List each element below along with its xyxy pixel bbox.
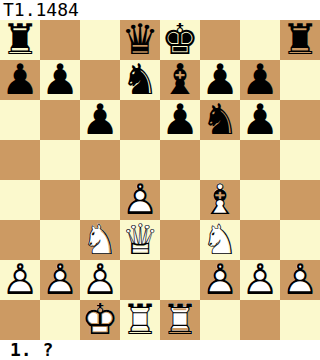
- square-e7[interactable]: ♝: [160, 60, 200, 100]
- square-e4[interactable]: [160, 180, 200, 220]
- square-f1[interactable]: [200, 300, 240, 340]
- square-d4[interactable]: ♙: [120, 180, 160, 220]
- square-b3[interactable]: [40, 220, 80, 260]
- white-knight: ♘: [81, 220, 119, 260]
- square-a7[interactable]: ♟: [0, 60, 40, 100]
- square-b2[interactable]: ♙: [40, 260, 80, 300]
- square-c3[interactable]: ♘: [80, 220, 120, 260]
- black-rook: ♜: [281, 20, 319, 60]
- white-knight: ♘: [201, 220, 239, 260]
- square-d7[interactable]: ♞: [120, 60, 160, 100]
- black-pawn: ♟: [81, 100, 119, 140]
- white-pawn: ♙: [41, 260, 79, 300]
- white-king: ♔: [81, 300, 119, 340]
- square-h8[interactable]: ♜: [280, 20, 320, 60]
- black-pawn: ♟: [201, 60, 239, 100]
- square-d6[interactable]: [120, 100, 160, 140]
- square-b8[interactable]: [40, 20, 80, 60]
- white-bishop: ♗: [201, 180, 239, 220]
- square-b6[interactable]: [40, 100, 80, 140]
- black-knight: ♞: [121, 60, 159, 100]
- square-e6[interactable]: ♟: [160, 100, 200, 140]
- square-f3[interactable]: ♘: [200, 220, 240, 260]
- square-c2[interactable]: ♙: [80, 260, 120, 300]
- square-d8[interactable]: ♛: [120, 20, 160, 60]
- white-rook: ♖: [121, 300, 159, 340]
- square-e3[interactable]: [160, 220, 200, 260]
- square-g4[interactable]: [240, 180, 280, 220]
- square-a2[interactable]: ♙: [0, 260, 40, 300]
- white-pawn: ♙: [121, 180, 159, 220]
- square-d3[interactable]: ♕: [120, 220, 160, 260]
- white-pawn: ♙: [281, 260, 319, 300]
- square-b4[interactable]: [40, 180, 80, 220]
- square-g1[interactable]: [240, 300, 280, 340]
- black-knight: ♞: [201, 100, 239, 140]
- square-b7[interactable]: ♟: [40, 60, 80, 100]
- square-h4[interactable]: [280, 180, 320, 220]
- square-f6[interactable]: ♞: [200, 100, 240, 140]
- square-c6[interactable]: ♟: [80, 100, 120, 140]
- square-c8[interactable]: [80, 20, 120, 60]
- square-a3[interactable]: [0, 220, 40, 260]
- square-c7[interactable]: [80, 60, 120, 100]
- square-c1[interactable]: ♔: [80, 300, 120, 340]
- square-h2[interactable]: ♙: [280, 260, 320, 300]
- square-g3[interactable]: [240, 220, 280, 260]
- square-f8[interactable]: [200, 20, 240, 60]
- black-pawn: ♟: [241, 60, 279, 100]
- square-a1[interactable]: [0, 300, 40, 340]
- square-g6[interactable]: ♟: [240, 100, 280, 140]
- black-king: ♚: [161, 20, 199, 60]
- square-c5[interactable]: [80, 140, 120, 180]
- white-queen: ♕: [121, 220, 159, 260]
- square-d1[interactable]: ♖: [120, 300, 160, 340]
- move-prompt: 1. ?: [10, 339, 53, 360]
- black-pawn: ♟: [1, 60, 39, 100]
- square-h6[interactable]: [280, 100, 320, 140]
- square-a8[interactable]: ♜: [0, 20, 40, 60]
- square-h5[interactable]: [280, 140, 320, 180]
- black-pawn: ♟: [161, 100, 199, 140]
- white-rook: ♖: [161, 300, 199, 340]
- square-e1[interactable]: ♖: [160, 300, 200, 340]
- white-pawn: ♙: [201, 260, 239, 300]
- square-g2[interactable]: ♙: [240, 260, 280, 300]
- square-a6[interactable]: [0, 100, 40, 140]
- square-a4[interactable]: [0, 180, 40, 220]
- white-pawn: ♙: [81, 260, 119, 300]
- black-bishop: ♝: [161, 60, 199, 100]
- square-e8[interactable]: ♚: [160, 20, 200, 60]
- square-h1[interactable]: [280, 300, 320, 340]
- title-bar: T1.1484: [0, 0, 320, 20]
- square-b5[interactable]: [40, 140, 80, 180]
- square-g7[interactable]: ♟: [240, 60, 280, 100]
- chess-board: ♜♛♚♜♟♟♞♝♟♟♟♟♞♟♙♗♘♕♘♙♙♙♙♙♙♔♖♖: [0, 20, 320, 340]
- status-bar: 1. ?: [0, 340, 320, 360]
- square-h3[interactable]: [280, 220, 320, 260]
- square-g5[interactable]: [240, 140, 280, 180]
- black-queen: ♛: [121, 20, 159, 60]
- square-d2[interactable]: [120, 260, 160, 300]
- square-b1[interactable]: [40, 300, 80, 340]
- square-e2[interactable]: [160, 260, 200, 300]
- black-rook: ♜: [1, 20, 39, 60]
- square-d5[interactable]: [120, 140, 160, 180]
- white-pawn: ♙: [1, 260, 39, 300]
- square-c4[interactable]: [80, 180, 120, 220]
- square-f2[interactable]: ♙: [200, 260, 240, 300]
- square-h7[interactable]: [280, 60, 320, 100]
- black-pawn: ♟: [41, 60, 79, 100]
- square-e5[interactable]: [160, 140, 200, 180]
- black-pawn: ♟: [241, 100, 279, 140]
- white-pawn: ♙: [241, 260, 279, 300]
- square-f7[interactable]: ♟: [200, 60, 240, 100]
- square-f4[interactable]: ♗: [200, 180, 240, 220]
- square-g8[interactable]: [240, 20, 280, 60]
- square-f5[interactable]: [200, 140, 240, 180]
- square-a5[interactable]: [0, 140, 40, 180]
